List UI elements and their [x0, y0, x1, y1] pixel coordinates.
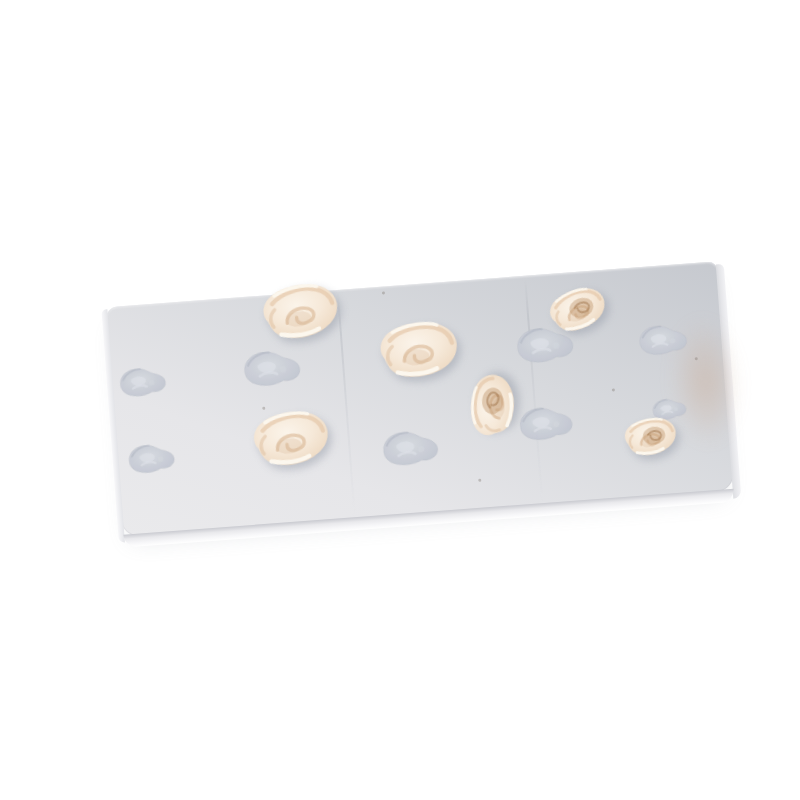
cavity-1	[113, 357, 172, 406]
ear-2	[370, 314, 464, 385]
product-photo	[0, 0, 800, 800]
cavity-4	[633, 316, 694, 363]
cavity-2	[237, 341, 308, 395]
ear-4	[461, 369, 524, 444]
silicone-ear-mold	[105, 261, 735, 536]
cavity-7	[512, 395, 580, 450]
cavity-5	[122, 432, 182, 485]
cavity-6	[375, 422, 446, 474]
